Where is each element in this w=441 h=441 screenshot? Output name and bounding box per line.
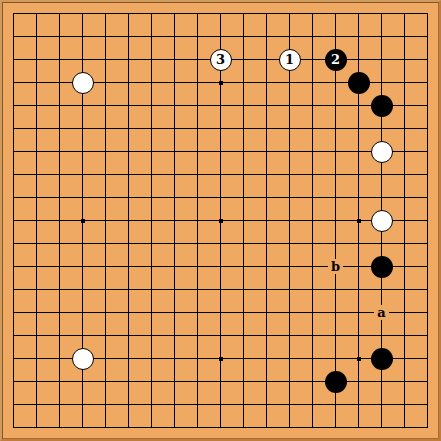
go-board: 312ab bbox=[0, 0, 441, 441]
star-point bbox=[219, 357, 223, 361]
stone-white-R13[interactable] bbox=[371, 141, 393, 163]
stone-white-D4[interactable] bbox=[72, 348, 94, 370]
star-point bbox=[219, 81, 223, 85]
label-a-R6: a bbox=[374, 305, 389, 320]
label-b-P8: b bbox=[328, 259, 343, 274]
stone-black-R15[interactable] bbox=[371, 95, 393, 117]
star-point bbox=[81, 219, 85, 223]
star-point bbox=[357, 357, 361, 361]
stone-white-D16[interactable] bbox=[72, 72, 94, 94]
stone-black-P3[interactable] bbox=[325, 371, 347, 393]
star-point bbox=[357, 219, 361, 223]
board-point-grid[interactable]: 312ab bbox=[2, 2, 439, 439]
stone-black-Q16[interactable] bbox=[348, 72, 370, 94]
stone-black-R8[interactable] bbox=[371, 256, 393, 278]
stone-black-R4[interactable] bbox=[371, 348, 393, 370]
stone-black-P17[interactable]: 2 bbox=[325, 49, 347, 71]
star-point bbox=[219, 219, 223, 223]
stone-white-R10[interactable] bbox=[371, 210, 393, 232]
stone-white-K17[interactable]: 3 bbox=[210, 49, 232, 71]
stone-white-N17[interactable]: 1 bbox=[279, 49, 301, 71]
